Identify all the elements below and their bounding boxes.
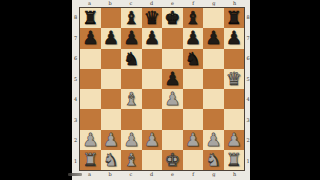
square-f7[interactable]: ♟	[183, 28, 204, 48]
square-c5[interactable]	[121, 69, 142, 89]
file-label-b: b	[100, 0, 121, 7]
piece-wp: ♟	[144, 131, 160, 149]
piece-bb: ♝	[185, 9, 201, 27]
square-a3[interactable]	[80, 109, 101, 129]
file-labels-bottom: abcdefgh	[79, 171, 245, 180]
square-e6[interactable]	[162, 49, 183, 69]
rank-label-6: 6	[72, 48, 79, 69]
square-e3[interactable]	[162, 109, 183, 129]
square-g7[interactable]: ♟	[203, 28, 224, 48]
piece-bq: ♛	[144, 9, 160, 27]
file-label-h: h	[224, 171, 245, 180]
square-h6[interactable]	[224, 49, 245, 69]
square-h7[interactable]: ♟	[224, 28, 245, 48]
piece-bp: ♟	[82, 29, 98, 47]
rank-label-6: 6	[245, 48, 251, 69]
rank-label-7: 7	[245, 28, 251, 49]
square-c4[interactable]: ♝	[121, 89, 142, 109]
square-g5[interactable]	[203, 69, 224, 89]
square-g8[interactable]	[203, 8, 224, 28]
file-label-e: e	[162, 171, 183, 180]
rank-label-7: 7	[72, 28, 79, 49]
piece-bb: ♝	[123, 9, 139, 27]
square-g1[interactable]: ♞	[203, 150, 224, 170]
file-label-b: b	[100, 171, 121, 180]
square-b2[interactable]: ♟	[101, 130, 122, 150]
square-f4[interactable]	[183, 89, 204, 109]
piece-bp: ♟	[123, 29, 139, 47]
square-d1[interactable]	[142, 150, 163, 170]
file-label-f: f	[183, 171, 204, 180]
square-b6[interactable]	[101, 49, 122, 69]
rank-labels-left: 87654321	[72, 7, 79, 171]
square-c6[interactable]: ♞	[121, 49, 142, 69]
piece-wn: ♞	[103, 151, 119, 169]
square-e5[interactable]: ♟	[162, 69, 183, 89]
piece-wr: ♜	[82, 151, 98, 169]
piece-wp: ♟	[123, 131, 139, 149]
square-a5[interactable]	[80, 69, 101, 89]
piece-bp: ♟	[205, 29, 221, 47]
square-d6[interactable]	[142, 49, 163, 69]
square-c8[interactable]: ♝	[121, 8, 142, 28]
square-f1[interactable]	[183, 150, 204, 170]
piece-wb: ♝	[123, 90, 139, 108]
piece-wb: ♝	[123, 151, 139, 169]
square-g2[interactable]: ♟	[203, 130, 224, 150]
square-h1[interactable]: ♜	[224, 150, 245, 170]
watermark-smudge	[68, 173, 82, 176]
chess-diagram: abcdefgh 87654321 ♜♝♛♚♝♜♟♟♟♟♟♟♟♞♞♟♛♝♟♟♟♟…	[72, 0, 250, 180]
rank-label-5: 5	[72, 69, 79, 90]
piece-bk: ♚	[164, 9, 180, 27]
piece-br: ♜	[226, 9, 242, 27]
square-b7[interactable]: ♟	[101, 28, 122, 48]
file-label-c: c	[121, 171, 142, 180]
file-label-a: a	[79, 171, 100, 180]
rank-labels-right: 87654321	[245, 7, 251, 171]
file-label-e: e	[162, 0, 183, 7]
rank-label-2: 2	[245, 130, 251, 151]
square-b3[interactable]	[101, 109, 122, 129]
piece-wp: ♟	[164, 90, 180, 108]
piece-br: ♜	[82, 9, 98, 27]
file-label-a: a	[79, 0, 100, 7]
rank-label-2: 2	[72, 130, 79, 151]
rank-label-4: 4	[245, 89, 251, 110]
square-g3[interactable]	[203, 109, 224, 129]
piece-wq: ♛	[226, 70, 242, 88]
square-e1[interactable]: ♚	[162, 150, 183, 170]
square-d3[interactable]	[142, 109, 163, 129]
piece-wn: ♞	[205, 151, 221, 169]
square-a8[interactable]: ♜	[80, 8, 101, 28]
file-label-h: h	[224, 0, 245, 7]
square-c3[interactable]	[121, 109, 142, 129]
piece-wp: ♟	[226, 131, 242, 149]
piece-bp: ♟	[226, 29, 242, 47]
square-b8[interactable]	[101, 8, 122, 28]
square-d5[interactable]	[142, 69, 163, 89]
rank-label-3: 3	[72, 110, 79, 131]
square-h8[interactable]: ♜	[224, 8, 245, 28]
rank-label-4: 4	[72, 89, 79, 110]
square-b5[interactable]	[101, 69, 122, 89]
square-d4[interactable]	[142, 89, 163, 109]
rank-label-1: 1	[245, 151, 251, 172]
piece-bp: ♟	[185, 29, 201, 47]
rank-label-8: 8	[72, 7, 79, 28]
square-d7[interactable]: ♟	[142, 28, 163, 48]
piece-bp: ♟	[144, 29, 160, 47]
square-c1[interactable]: ♝	[121, 150, 142, 170]
square-f8[interactable]: ♝	[183, 8, 204, 28]
rank-label-1: 1	[72, 151, 79, 172]
file-label-f: f	[183, 0, 204, 7]
square-a1[interactable]: ♜	[80, 150, 101, 170]
piece-wk: ♚	[164, 151, 180, 169]
square-h4[interactable]	[224, 89, 245, 109]
piece-wr: ♜	[226, 151, 242, 169]
piece-wp: ♟	[185, 131, 201, 149]
square-h2[interactable]: ♟	[224, 130, 245, 150]
square-f3[interactable]	[183, 109, 204, 129]
square-e7[interactable]	[162, 28, 183, 48]
square-b4[interactable]	[101, 89, 122, 109]
file-labels-top: abcdefgh	[79, 0, 245, 7]
rank-label-3: 3	[245, 110, 251, 131]
square-e8[interactable]: ♚	[162, 8, 183, 28]
square-d2[interactable]: ♟	[142, 130, 163, 150]
rank-label-5: 5	[245, 69, 251, 90]
square-h3[interactable]	[224, 109, 245, 129]
rank-label-8: 8	[245, 7, 251, 28]
piece-wp: ♟	[205, 131, 221, 149]
square-a6[interactable]	[80, 49, 101, 69]
square-c7[interactable]: ♟	[121, 28, 142, 48]
piece-bn: ♞	[123, 50, 139, 68]
piece-bp: ♟	[103, 29, 119, 47]
piece-wp: ♟	[103, 131, 119, 149]
square-a7[interactable]: ♟	[80, 28, 101, 48]
file-label-d: d	[141, 0, 162, 7]
square-a4[interactable]	[80, 89, 101, 109]
file-label-g: g	[204, 0, 225, 7]
piece-wp: ♟	[82, 131, 98, 149]
square-e2[interactable]	[162, 130, 183, 150]
square-f2[interactable]: ♟	[183, 130, 204, 150]
square-c2[interactable]: ♟	[121, 130, 142, 150]
square-a2[interactable]: ♟	[80, 130, 101, 150]
square-f5[interactable]	[183, 69, 204, 89]
square-e4[interactable]: ♟	[162, 89, 183, 109]
square-d8[interactable]: ♛	[142, 8, 163, 28]
file-label-c: c	[121, 0, 142, 7]
square-f6[interactable]: ♞	[183, 49, 204, 69]
piece-bp: ♟	[164, 70, 180, 88]
square-g4[interactable]	[203, 89, 224, 109]
square-b1[interactable]: ♞	[101, 150, 122, 170]
square-g6[interactable]	[203, 49, 224, 69]
letterbox-background: abcdefgh 87654321 ♜♝♛♚♝♜♟♟♟♟♟♟♟♞♞♟♛♝♟♟♟♟…	[0, 0, 320, 180]
file-label-d: d	[141, 171, 162, 180]
board: ♜♝♛♚♝♜♟♟♟♟♟♟♟♞♞♟♛♝♟♟♟♟♟♟♟♟♜♞♝♚♞♜	[79, 7, 245, 171]
file-label-g: g	[204, 171, 225, 180]
square-h5[interactable]: ♛	[224, 69, 245, 89]
piece-bn: ♞	[185, 50, 201, 68]
